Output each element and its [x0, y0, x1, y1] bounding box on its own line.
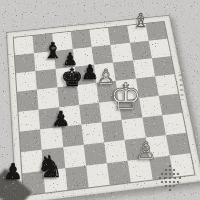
square-b6[interactable] — [36, 69, 57, 90]
square-h3[interactable] — [162, 113, 186, 135]
piece-black-bishop-b6[interactable]: ♝ — [43, 40, 63, 62]
square-h7[interactable] — [148, 39, 170, 59]
square-d2[interactable] — [83, 142, 106, 165]
square-b5[interactable] — [37, 88, 59, 109]
square-h5[interactable] — [155, 75, 178, 96]
piece-black-king-c5[interactable]: ♚ — [61, 65, 83, 90]
square-a5[interactable] — [17, 90, 38, 112]
square-d3[interactable] — [81, 122, 104, 145]
square-h6[interactable] — [152, 56, 175, 76]
square-a8[interactable] — [14, 36, 34, 56]
piece-white-king-e4[interactable]: ♔ — [110, 79, 142, 115]
piece-black-pawn-a1[interactable]: ♟ — [3, 161, 23, 183]
piece-white-bishop-e8[interactable]: ♗ — [132, 11, 149, 30]
square-e8[interactable] — [89, 28, 110, 47]
square-a7[interactable] — [15, 53, 36, 73]
piece-black-knight-b1[interactable]: ♞ — [37, 152, 64, 182]
board-photo: ♗♝♟♚♟♙♔♟♙♞♟ — [0, 0, 200, 200]
square-h2[interactable] — [166, 133, 190, 156]
square-d4[interactable] — [79, 102, 102, 124]
square-e3[interactable] — [101, 120, 124, 143]
square-c1[interactable] — [65, 166, 89, 190]
piece-white-pawn-g2[interactable]: ♙ — [135, 139, 157, 163]
square-d1[interactable] — [86, 163, 110, 187]
piece-black-pawn-b3[interactable]: ♟ — [52, 109, 71, 130]
square-a6[interactable] — [16, 71, 37, 92]
fiducial-diamond-marker — [156, 163, 184, 193]
square-c2[interactable] — [63, 145, 86, 169]
square-d8[interactable] — [71, 30, 92, 49]
square-h4[interactable] — [158, 93, 182, 115]
square-a4[interactable] — [18, 109, 40, 131]
